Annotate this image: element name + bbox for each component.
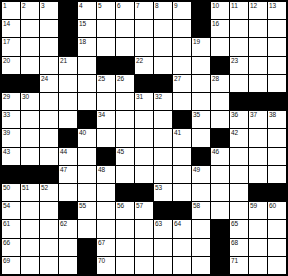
grid-cell[interactable] <box>249 38 267 55</box>
grid-cell[interactable]: 20 <box>2 57 20 74</box>
clue-number: 39 <box>3 129 10 137</box>
grid-cell[interactable] <box>249 75 267 92</box>
grid-cell[interactable]: 8 <box>154 2 172 19</box>
grid-cell[interactable] <box>59 257 77 274</box>
black-square <box>249 184 267 201</box>
clue-number: 20 <box>3 57 10 65</box>
grid-cell[interactable] <box>97 20 115 37</box>
grid-cell[interactable] <box>268 148 286 165</box>
grid-cell[interactable]: 2 <box>21 2 39 19</box>
clue-number: 68 <box>231 239 238 247</box>
clue-number: 21 <box>60 57 67 65</box>
grid-cell[interactable]: 10 <box>211 2 229 19</box>
grid-cell[interactable]: 13 <box>268 2 286 19</box>
grid-cell[interactable]: 14 <box>2 20 20 37</box>
clue-number: 25 <box>98 75 105 83</box>
grid-cell[interactable] <box>78 184 96 201</box>
clue-number: 62 <box>60 220 67 228</box>
black-square <box>268 93 286 110</box>
clue-number: 47 <box>60 166 67 174</box>
clue-number: 9 <box>174 2 178 10</box>
black-square <box>2 75 20 92</box>
grid-cell[interactable] <box>192 57 210 74</box>
grid-cell[interactable] <box>116 220 134 237</box>
grid-cell[interactable] <box>59 239 77 256</box>
grid-cell[interactable]: 45 <box>116 148 134 165</box>
grid-cell[interactable] <box>268 38 286 55</box>
grid-cell[interactable] <box>21 239 39 256</box>
grid-cell[interactable]: 68 <box>230 239 248 256</box>
grid-cell[interactable] <box>173 239 191 256</box>
grid-cell[interactable]: 71 <box>230 257 248 274</box>
grid-cell[interactable] <box>230 166 248 183</box>
grid-cell[interactable]: 11 <box>230 2 248 19</box>
grid-cell[interactable] <box>230 20 248 37</box>
grid-cell[interactable]: 37 <box>249 111 267 128</box>
grid-cell[interactable] <box>40 38 58 55</box>
grid-cell[interactable] <box>249 257 267 274</box>
clue-number: 4 <box>79 2 83 10</box>
black-square <box>211 257 229 274</box>
clue-number: 19 <box>193 38 200 46</box>
clue-number: 59 <box>250 202 257 210</box>
grid-cell[interactable] <box>154 129 172 146</box>
black-square <box>211 57 229 74</box>
black-square <box>249 93 267 110</box>
grid-cell[interactable]: 17 <box>2 38 20 55</box>
clue-number: 43 <box>3 148 10 156</box>
clue-number: 26 <box>117 75 124 83</box>
clue-number: 31 <box>136 93 143 101</box>
clue-number: 58 <box>193 202 200 210</box>
black-square <box>211 239 229 256</box>
grid-cell[interactable]: 19 <box>192 38 210 55</box>
grid-cell[interactable]: 1 <box>2 2 20 19</box>
grid-cell[interactable] <box>173 166 191 183</box>
grid-cell[interactable] <box>97 38 115 55</box>
grid-cell[interactable] <box>21 111 39 128</box>
grid-cell[interactable] <box>78 166 96 183</box>
grid-cell[interactable] <box>40 57 58 74</box>
clue-number: 65 <box>231 220 238 228</box>
grid-cell[interactable] <box>173 184 191 201</box>
grid-cell[interactable] <box>21 220 39 237</box>
grid-cell[interactable] <box>211 93 229 110</box>
grid-cell[interactable]: 47 <box>59 166 77 183</box>
grid-cell[interactable] <box>135 166 153 183</box>
grid-cell[interactable] <box>154 166 172 183</box>
grid-cell[interactable] <box>268 75 286 92</box>
grid-cell[interactable]: 21 <box>59 57 77 74</box>
grid-cell[interactable]: 40 <box>78 129 96 146</box>
grid-cell[interactable]: 57 <box>135 202 153 219</box>
clue-number: 61 <box>3 220 10 228</box>
clue-number: 56 <box>117 202 124 210</box>
grid-cell[interactable] <box>154 111 172 128</box>
grid-cell[interactable] <box>249 220 267 237</box>
clue-number: 14 <box>3 20 10 28</box>
black-square <box>173 202 191 219</box>
grid-cell[interactable] <box>192 75 210 92</box>
grid-cell[interactable] <box>40 111 58 128</box>
clue-number: 40 <box>79 129 86 137</box>
black-square <box>211 129 229 146</box>
clue-number: 55 <box>79 202 86 210</box>
clue-number: 42 <box>231 129 238 137</box>
grid-cell[interactable] <box>173 93 191 110</box>
grid-cell[interactable]: 41 <box>173 129 191 146</box>
grid-cell[interactable] <box>40 93 58 110</box>
black-square <box>97 57 115 74</box>
black-square <box>192 148 210 165</box>
grid-cell[interactable] <box>192 129 210 146</box>
grid-cell[interactable]: 5 <box>97 2 115 19</box>
grid-cell[interactable] <box>97 220 115 237</box>
black-square <box>192 2 210 19</box>
grid-cell[interactable] <box>211 184 229 201</box>
grid-cell[interactable] <box>116 93 134 110</box>
black-square <box>211 220 229 237</box>
grid-cell[interactable] <box>230 184 248 201</box>
black-square <box>192 20 210 37</box>
grid-cell[interactable] <box>268 220 286 237</box>
clue-number: 44 <box>60 148 67 156</box>
grid-cell[interactable] <box>116 111 134 128</box>
grid-cell[interactable] <box>135 38 153 55</box>
grid-cell[interactable] <box>116 166 134 183</box>
grid-cell[interactable] <box>154 257 172 274</box>
grid-cell[interactable]: 33 <box>2 111 20 128</box>
clue-number: 35 <box>193 111 200 119</box>
grid-cell[interactable] <box>154 20 172 37</box>
black-square <box>59 38 77 55</box>
grid-cell[interactable] <box>230 148 248 165</box>
clue-number: 3 <box>41 2 45 10</box>
grid-cell[interactable] <box>192 257 210 274</box>
grid-cell[interactable] <box>192 239 210 256</box>
grid-cell[interactable] <box>173 148 191 165</box>
grid-cell[interactable] <box>268 257 286 274</box>
grid-cell[interactable]: 46 <box>211 148 229 165</box>
clue-number: 50 <box>3 184 10 192</box>
grid-cell[interactable] <box>97 93 115 110</box>
black-square <box>59 129 77 146</box>
black-square <box>268 184 286 201</box>
clue-number: 6 <box>117 2 121 10</box>
clue-number: 41 <box>174 129 181 137</box>
grid-cell[interactable] <box>268 129 286 146</box>
grid-cell[interactable]: 34 <box>97 111 115 128</box>
grid-cell[interactable] <box>135 129 153 146</box>
clue-number: 11 <box>231 2 238 10</box>
clue-number: 57 <box>136 202 143 210</box>
grid-cell[interactable]: 32 <box>154 93 172 110</box>
grid-cell[interactable]: 52 <box>40 184 58 201</box>
clue-number: 1 <box>3 2 7 10</box>
grid-cell[interactable] <box>249 129 267 146</box>
grid-cell[interactable] <box>211 111 229 128</box>
grid-cell[interactable] <box>97 129 115 146</box>
clue-number: 32 <box>155 93 162 101</box>
grid-cell[interactable]: 59 <box>249 202 267 219</box>
black-square <box>40 166 58 183</box>
grid-cell[interactable] <box>249 20 267 37</box>
grid-cell[interactable] <box>116 129 134 146</box>
grid-cell[interactable] <box>116 38 134 55</box>
grid-cell[interactable] <box>173 57 191 74</box>
grid-cell[interactable] <box>40 129 58 146</box>
grid-cell[interactable]: 28 <box>211 75 229 92</box>
grid-cell[interactable]: 3 <box>40 2 58 19</box>
clue-number: 45 <box>117 148 124 156</box>
grid-cell[interactable]: 56 <box>116 202 134 219</box>
black-square <box>59 20 77 37</box>
clue-number: 5 <box>98 2 102 10</box>
grid-cell[interactable]: 55 <box>78 202 96 219</box>
clue-number: 70 <box>98 257 105 265</box>
clue-number: 38 <box>269 111 276 119</box>
grid-cell[interactable]: 9 <box>173 2 191 19</box>
grid-cell[interactable] <box>21 38 39 55</box>
grid-cell[interactable]: 22 <box>135 57 153 74</box>
black-square <box>135 184 153 201</box>
black-square <box>154 202 172 219</box>
grid-cell[interactable] <box>135 239 153 256</box>
grid-cell[interactable] <box>249 148 267 165</box>
grid-cell[interactable]: 16 <box>211 20 229 37</box>
clue-number: 33 <box>3 111 10 119</box>
black-square <box>78 111 96 128</box>
grid-cell[interactable]: 60 <box>268 202 286 219</box>
clue-number: 15 <box>79 20 86 28</box>
grid-cell[interactable]: 7 <box>135 2 153 19</box>
grid-cell[interactable]: 62 <box>59 220 77 237</box>
grid-cell[interactable] <box>40 202 58 219</box>
grid-cell[interactable]: 49 <box>192 166 210 183</box>
grid-cell[interactable]: 35 <box>192 111 210 128</box>
black-square <box>154 75 172 92</box>
grid-cell[interactable] <box>211 202 229 219</box>
grid-cell[interactable]: 27 <box>173 75 191 92</box>
clue-number: 2 <box>22 2 26 10</box>
grid-cell[interactable] <box>59 75 77 92</box>
grid-cell[interactable] <box>173 257 191 274</box>
grid-cell[interactable] <box>135 20 153 37</box>
grid-cell[interactable]: 50 <box>2 184 20 201</box>
clue-number: 28 <box>212 75 219 83</box>
grid-cell[interactable] <box>192 220 210 237</box>
clue-number: 17 <box>3 38 10 46</box>
clue-number: 66 <box>3 239 10 247</box>
clue-number: 27 <box>174 75 181 83</box>
grid-cell[interactable]: 23 <box>230 57 248 74</box>
grid-cell[interactable]: 31 <box>135 93 153 110</box>
grid-cell[interactable] <box>21 20 39 37</box>
grid-cell[interactable]: 63 <box>154 220 172 237</box>
grid-cell[interactable] <box>40 257 58 274</box>
clue-number: 34 <box>98 111 105 119</box>
grid-cell[interactable] <box>249 57 267 74</box>
grid-cell[interactable] <box>40 20 58 37</box>
grid-cell[interactable] <box>97 184 115 201</box>
grid-cell[interactable] <box>173 20 191 37</box>
grid-cell[interactable]: 43 <box>2 148 20 165</box>
grid-cell[interactable] <box>21 257 39 274</box>
grid-cell[interactable]: 61 <box>2 220 20 237</box>
black-square <box>59 202 77 219</box>
clue-number: 63 <box>155 220 162 228</box>
grid-cell[interactable]: 70 <box>97 257 115 274</box>
black-square <box>116 184 134 201</box>
grid-cell[interactable] <box>268 239 286 256</box>
clue-number: 37 <box>250 111 257 119</box>
grid-cell[interactable] <box>154 148 172 165</box>
grid-cell[interactable]: 6 <box>116 2 134 19</box>
clue-number: 29 <box>3 93 10 101</box>
grid-cell[interactable]: 69 <box>2 257 20 274</box>
grid-cell[interactable]: 66 <box>2 239 20 256</box>
grid-cell[interactable] <box>116 239 134 256</box>
grid-cell[interactable] <box>249 239 267 256</box>
grid-cell[interactable]: 54 <box>2 202 20 219</box>
grid-cell[interactable] <box>230 202 248 219</box>
grid-cell[interactable] <box>230 75 248 92</box>
grid-cell[interactable] <box>154 57 172 74</box>
grid-cell[interactable]: 48 <box>97 166 115 183</box>
grid-cell[interactable]: 25 <box>97 75 115 92</box>
clue-number: 48 <box>98 166 105 174</box>
grid-cell[interactable]: 18 <box>78 38 96 55</box>
clue-number: 12 <box>250 2 257 10</box>
clue-number: 71 <box>231 257 238 265</box>
grid-cell[interactable] <box>268 166 286 183</box>
black-square <box>135 75 153 92</box>
clue-number: 36 <box>231 111 238 119</box>
clue-number: 10 <box>212 2 219 10</box>
grid-cell[interactable] <box>154 239 172 256</box>
grid-cell[interactable] <box>59 184 77 201</box>
black-square <box>78 257 96 274</box>
grid-cell[interactable]: 36 <box>230 111 248 128</box>
clue-number: 22 <box>136 57 143 65</box>
grid-cell[interactable] <box>173 38 191 55</box>
grid-cell[interactable] <box>40 239 58 256</box>
grid-cell[interactable]: 39 <box>2 129 20 146</box>
clue-number: 51 <box>22 184 29 192</box>
grid-cell[interactable]: 64 <box>173 220 191 237</box>
clue-number: 60 <box>269 202 276 210</box>
grid-cell[interactable] <box>268 57 286 74</box>
grid-cell[interactable] <box>135 148 153 165</box>
grid-cell[interactable]: 53 <box>154 184 172 201</box>
grid-cell[interactable]: 12 <box>249 2 267 19</box>
grid-cell[interactable] <box>116 257 134 274</box>
clue-number: 16 <box>212 20 219 28</box>
grid-cell[interactable] <box>154 38 172 55</box>
clue-number: 46 <box>212 148 219 156</box>
grid-cell[interactable] <box>21 57 39 74</box>
black-square <box>116 57 134 74</box>
grid-cell[interactable] <box>230 38 248 55</box>
grid-cell[interactable] <box>211 38 229 55</box>
grid-cell[interactable] <box>135 220 153 237</box>
black-square <box>2 166 20 183</box>
grid-cell[interactable]: 15 <box>78 20 96 37</box>
grid-cell[interactable]: 4 <box>78 2 96 19</box>
clue-number: 18 <box>79 38 86 46</box>
black-square <box>230 93 248 110</box>
grid-cell[interactable]: 38 <box>268 111 286 128</box>
black-square <box>173 111 191 128</box>
black-square <box>21 75 39 92</box>
grid-cell[interactable] <box>249 166 267 183</box>
grid-cell[interactable] <box>192 93 210 110</box>
black-square <box>78 239 96 256</box>
grid-cell[interactable]: 67 <box>97 239 115 256</box>
grid-cell[interactable] <box>211 166 229 183</box>
clue-number: 23 <box>231 57 238 65</box>
clue-number: 52 <box>41 184 48 192</box>
grid-cell[interactable] <box>21 202 39 219</box>
grid-cell[interactable] <box>78 57 96 74</box>
clue-number: 13 <box>269 2 276 10</box>
grid-cell[interactable]: 24 <box>40 75 58 92</box>
grid-cell[interactable] <box>21 148 39 165</box>
black-square <box>21 166 39 183</box>
clue-number: 8 <box>155 2 159 10</box>
clue-number: 54 <box>3 202 10 210</box>
clue-number: 7 <box>136 2 140 10</box>
grid-cell[interactable]: 44 <box>59 148 77 165</box>
grid-cell[interactable]: 42 <box>230 129 248 146</box>
grid-cell[interactable] <box>78 75 96 92</box>
clue-number: 53 <box>155 184 162 192</box>
grid-cell[interactable] <box>59 111 77 128</box>
grid-cell[interactable] <box>40 148 58 165</box>
grid-cell[interactable]: 51 <box>21 184 39 201</box>
clue-number: 49 <box>193 166 200 174</box>
grid-cell[interactable] <box>268 20 286 37</box>
grid-cell[interactable] <box>135 111 153 128</box>
clue-number: 30 <box>22 93 29 101</box>
grid-cell[interactable] <box>97 202 115 219</box>
grid-cell[interactable]: 65 <box>230 220 248 237</box>
clue-number: 69 <box>3 257 10 265</box>
grid-cell[interactable] <box>59 93 77 110</box>
grid-cell[interactable] <box>116 20 134 37</box>
grid-cell[interactable]: 30 <box>21 93 39 110</box>
grid-cell[interactable] <box>192 184 210 201</box>
grid-cell[interactable] <box>40 220 58 237</box>
clue-number: 67 <box>98 239 105 247</box>
grid-cell[interactable] <box>78 93 96 110</box>
black-square <box>59 2 77 19</box>
black-square <box>97 148 115 165</box>
grid-cell[interactable]: 29 <box>2 93 20 110</box>
grid-cell[interactable] <box>78 220 96 237</box>
grid-cell[interactable] <box>21 129 39 146</box>
grid-cell[interactable]: 26 <box>116 75 134 92</box>
clue-number: 24 <box>41 75 48 83</box>
grid-cell[interactable] <box>135 257 153 274</box>
clue-number: 64 <box>174 220 181 228</box>
grid-cell[interactable]: 58 <box>192 202 210 219</box>
crossword-grid: 1234567891011121314151617181920212223242… <box>0 0 288 276</box>
grid-cell[interactable] <box>78 148 96 165</box>
